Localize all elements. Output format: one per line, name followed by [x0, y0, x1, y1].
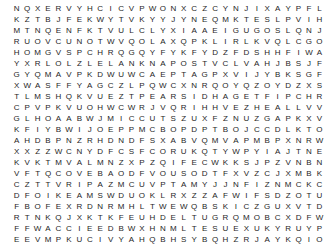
grid-cell-r5c17[interactable]: K: [179, 47, 189, 58]
grid-cell-r19c18[interactable]: Q: [189, 201, 199, 212]
grid-cell-r10c27[interactable]: L: [283, 102, 293, 113]
grid-cell-r21c8[interactable]: E: [85, 223, 95, 234]
grid-cell-r6c26[interactable]: J: [272, 58, 282, 69]
grid-cell-r19c15[interactable]: W: [158, 201, 168, 212]
grid-cell-r3c19[interactable]: A: [199, 25, 209, 36]
grid-cell-r3c29[interactable]: N: [304, 25, 314, 36]
grid-cell-r3c11[interactable]: U: [116, 25, 126, 36]
grid-cell-r14c23[interactable]: P: [241, 146, 251, 157]
grid-cell-r10c20[interactable]: H: [210, 102, 220, 113]
grid-cell-r11c22[interactable]: N: [231, 113, 241, 124]
grid-cell-r9c22[interactable]: G: [231, 91, 241, 102]
grid-cell-r10c25[interactable]: E: [262, 102, 272, 113]
grid-cell-r8c20[interactable]: Q: [210, 80, 220, 91]
grid-cell-r7c4[interactable]: M: [43, 69, 53, 80]
grid-cell-r10c12[interactable]: W: [126, 102, 136, 113]
grid-cell-r13c25[interactable]: B: [262, 135, 272, 146]
grid-cell-r13c20[interactable]: M: [210, 135, 220, 146]
grid-cell-r19c28[interactable]: V: [293, 201, 303, 212]
grid-cell-r13c27[interactable]: X: [283, 135, 293, 146]
grid-cell-r14c1[interactable]: X: [12, 146, 22, 157]
grid-cell-r8c26[interactable]: Y: [272, 80, 282, 91]
grid-cell-r11c20[interactable]: F: [210, 113, 220, 124]
grid-cell-r1c23[interactable]: J: [241, 3, 251, 14]
grid-cell-r14c18[interactable]: K: [189, 146, 199, 157]
grid-cell-r3c13[interactable]: C: [137, 25, 147, 36]
grid-cell-r1c9[interactable]: C: [95, 3, 105, 14]
grid-cell-r19c21[interactable]: K: [220, 201, 230, 212]
grid-cell-r15c19[interactable]: C: [199, 157, 209, 168]
grid-cell-r10c19[interactable]: H: [199, 102, 209, 113]
grid-cell-r18c18[interactable]: Z: [189, 190, 199, 201]
grid-cell-r16c10[interactable]: A: [105, 168, 115, 179]
grid-cell-r20c21[interactable]: R: [220, 212, 230, 223]
grid-cell-r20c11[interactable]: F: [116, 212, 126, 223]
grid-cell-r20c23[interactable]: M: [241, 212, 251, 223]
grid-cell-r12c16[interactable]: O: [168, 124, 178, 135]
grid-cell-r11c6[interactable]: A: [64, 113, 74, 124]
grid-cell-r16c22[interactable]: X: [231, 168, 241, 179]
grid-cell-r10c11[interactable]: C: [116, 102, 126, 113]
grid-cell-r4c21[interactable]: I: [220, 36, 230, 47]
grid-cell-r11c12[interactable]: C: [126, 113, 136, 124]
grid-cell-r10c13[interactable]: R: [137, 102, 147, 113]
grid-cell-r17c4[interactable]: T: [43, 179, 53, 190]
grid-cell-r3c5[interactable]: E: [53, 25, 63, 36]
grid-cell-r21c15[interactable]: N: [158, 223, 168, 234]
grid-cell-r11c13[interactable]: C: [137, 113, 147, 124]
grid-cell-r22c11[interactable]: Y: [116, 234, 126, 245]
grid-cell-r11c26[interactable]: A: [272, 113, 282, 124]
grid-cell-r2c7[interactable]: E: [74, 14, 84, 25]
grid-cell-r19c5[interactable]: E: [53, 201, 63, 212]
grid-cell-r6c14[interactable]: N: [147, 58, 157, 69]
grid-cell-r1c30[interactable]: L: [314, 3, 324, 14]
grid-cell-r4c6[interactable]: U: [64, 36, 74, 47]
grid-cell-r5c28[interactable]: I: [293, 47, 303, 58]
grid-cell-r16c20[interactable]: T: [210, 168, 220, 179]
grid-cell-r7c8[interactable]: K: [85, 69, 95, 80]
grid-cell-r16c16[interactable]: U: [168, 168, 178, 179]
grid-cell-r22c9[interactable]: I: [95, 234, 105, 245]
grid-cell-r14c30[interactable]: E: [314, 146, 324, 157]
grid-cell-r7c30[interactable]: F: [314, 69, 324, 80]
grid-cell-r2c8[interactable]: K: [85, 14, 95, 25]
grid-cell-r13c7[interactable]: Z: [74, 135, 84, 146]
grid-cell-r12c25[interactable]: C: [262, 124, 272, 135]
grid-cell-r20c13[interactable]: U: [137, 212, 147, 223]
grid-cell-r10c5[interactable]: K: [53, 102, 63, 113]
grid-cell-r4c2[interactable]: U: [22, 36, 32, 47]
grid-cell-r8c30[interactable]: S: [314, 80, 324, 91]
grid-cell-r6c3[interactable]: R: [32, 58, 42, 69]
grid-cell-r19c6[interactable]: X: [64, 201, 74, 212]
grid-cell-r11c24[interactable]: Z: [252, 113, 262, 124]
grid-cell-r14c2[interactable]: X: [22, 146, 32, 157]
grid-cell-r18c4[interactable]: I: [43, 190, 53, 201]
grid-cell-r21c19[interactable]: E: [199, 223, 209, 234]
grid-cell-r18c27[interactable]: Z: [283, 190, 293, 201]
grid-cell-r7c14[interactable]: A: [147, 69, 157, 80]
grid-cell-r16c25[interactable]: C: [262, 168, 272, 179]
grid-cell-r2c24[interactable]: E: [252, 14, 262, 25]
grid-cell-r20c1[interactable]: R: [12, 212, 22, 223]
grid-cell-r17c29[interactable]: K: [304, 179, 314, 190]
grid-cell-r3c9[interactable]: T: [95, 25, 105, 36]
grid-cell-r14c15[interactable]: O: [158, 146, 168, 157]
grid-cell-r16c6[interactable]: O: [64, 168, 74, 179]
grid-cell-r20c26[interactable]: C: [272, 212, 282, 223]
grid-cell-r7c20[interactable]: P: [210, 69, 220, 80]
grid-cell-r19c1[interactable]: F: [12, 201, 22, 212]
grid-cell-r4c12[interactable]: Q: [126, 36, 136, 47]
grid-cell-r22c4[interactable]: M: [43, 234, 53, 245]
grid-cell-r16c18[interactable]: O: [189, 168, 199, 179]
grid-cell-r15c13[interactable]: P: [137, 157, 147, 168]
grid-cell-r7c7[interactable]: P: [74, 69, 84, 80]
grid-cell-r11c11[interactable]: I: [116, 113, 126, 124]
grid-cell-r20c25[interactable]: B: [262, 212, 272, 223]
grid-cell-r18c19[interactable]: Z: [199, 190, 209, 201]
grid-cell-r19c13[interactable]: L: [137, 201, 147, 212]
grid-cell-r12c7[interactable]: I: [74, 124, 84, 135]
grid-cell-r21c16[interactable]: M: [168, 223, 178, 234]
grid-cell-r22c27[interactable]: K: [283, 234, 293, 245]
grid-cell-r7c27[interactable]: K: [283, 69, 293, 80]
grid-cell-r13c10[interactable]: D: [105, 135, 115, 146]
grid-cell-r7c18[interactable]: A: [189, 69, 199, 80]
grid-cell-r5c23[interactable]: D: [241, 47, 251, 58]
grid-cell-r15c18[interactable]: E: [189, 157, 199, 168]
grid-cell-r19c30[interactable]: D: [314, 201, 324, 212]
grid-cell-r15c23[interactable]: S: [241, 157, 251, 168]
grid-cell-r17c13[interactable]: U: [137, 179, 147, 190]
grid-cell-r15c20[interactable]: W: [210, 157, 220, 168]
grid-cell-r13c8[interactable]: R: [85, 135, 95, 146]
grid-cell-r11c18[interactable]: U: [189, 113, 199, 124]
grid-cell-r10c2[interactable]: P: [22, 102, 32, 113]
grid-cell-r8c23[interactable]: Q: [241, 80, 251, 91]
grid-cell-r17c1[interactable]: C: [12, 179, 22, 190]
grid-cell-r12c2[interactable]: F: [22, 124, 32, 135]
grid-cell-r11c25[interactable]: G: [262, 113, 272, 124]
grid-cell-r9c20[interactable]: H: [210, 91, 220, 102]
grid-cell-r16c4[interactable]: Q: [43, 168, 53, 179]
grid-cell-r2c1[interactable]: K: [12, 14, 22, 25]
grid-cell-r15c6[interactable]: V: [64, 157, 74, 168]
grid-cell-r20c12[interactable]: E: [126, 212, 136, 223]
grid-cell-r20c14[interactable]: H: [147, 212, 157, 223]
grid-cell-r19c17[interactable]: W: [179, 201, 189, 212]
grid-cell-r22c30[interactable]: O: [314, 234, 324, 245]
grid-cell-r1c28[interactable]: P: [293, 3, 303, 14]
grid-cell-r3c25[interactable]: O: [262, 25, 272, 36]
grid-cell-r16c3[interactable]: T: [32, 168, 42, 179]
grid-cell-r18c16[interactable]: R: [168, 190, 178, 201]
grid-cell-r3c24[interactable]: G: [252, 25, 262, 36]
grid-cell-r8c12[interactable]: L: [126, 80, 136, 91]
grid-cell-r1c7[interactable]: Y: [74, 3, 84, 14]
grid-cell-r18c12[interactable]: U: [126, 190, 136, 201]
grid-cell-r1c21[interactable]: Y: [220, 3, 230, 14]
grid-cell-r12c4[interactable]: Y: [43, 124, 53, 135]
grid-cell-r5c11[interactable]: Q: [116, 47, 126, 58]
grid-cell-r10c7[interactable]: U: [74, 102, 84, 113]
grid-cell-r21c3[interactable]: W: [32, 223, 42, 234]
grid-cell-r2c17[interactable]: Y: [179, 14, 189, 25]
grid-cell-r15c8[interactable]: L: [85, 157, 95, 168]
grid-cell-r2c10[interactable]: Y: [105, 14, 115, 25]
grid-cell-r15c1[interactable]: K: [12, 157, 22, 168]
grid-cell-r4c15[interactable]: A: [158, 36, 168, 47]
grid-cell-r17c11[interactable]: M: [116, 179, 126, 190]
grid-cell-r9c30[interactable]: R: [314, 91, 324, 102]
grid-cell-r7c12[interactable]: W: [126, 69, 136, 80]
grid-cell-r2c14[interactable]: Y: [147, 14, 157, 25]
grid-cell-r14c20[interactable]: T: [210, 146, 220, 157]
grid-cell-r15c27[interactable]: V: [283, 157, 293, 168]
grid-cell-r21c12[interactable]: W: [126, 223, 136, 234]
grid-cell-r20c10[interactable]: K: [105, 212, 115, 223]
grid-cell-r6c4[interactable]: L: [43, 58, 53, 69]
grid-cell-r15c2[interactable]: V: [22, 157, 32, 168]
grid-cell-r12c30[interactable]: O: [314, 124, 324, 135]
grid-cell-r7c6[interactable]: V: [64, 69, 74, 80]
grid-cell-r17c10[interactable]: Z: [105, 179, 115, 190]
grid-cell-r6c9[interactable]: E: [95, 58, 105, 69]
grid-cell-r1c1[interactable]: N: [12, 3, 22, 14]
grid-cell-r21c7[interactable]: I: [74, 223, 84, 234]
grid-cell-r10c28[interactable]: L: [293, 102, 303, 113]
grid-cell-r3c4[interactable]: Q: [43, 25, 53, 36]
grid-cell-r9c15[interactable]: A: [158, 91, 168, 102]
grid-cell-r12c14[interactable]: C: [147, 124, 157, 135]
grid-cell-r14c27[interactable]: J: [283, 146, 293, 157]
grid-cell-r1c16[interactable]: N: [168, 3, 178, 14]
grid-cell-r5c5[interactable]: V: [53, 47, 63, 58]
grid-cell-r1c18[interactable]: C: [189, 3, 199, 14]
grid-cell-r1c14[interactable]: W: [147, 3, 157, 14]
grid-cell-r12c11[interactable]: P: [116, 124, 126, 135]
grid-cell-r7c29[interactable]: G: [304, 69, 314, 80]
grid-cell-r14c16[interactable]: R: [168, 146, 178, 157]
grid-cell-r6c19[interactable]: T: [199, 58, 209, 69]
grid-cell-r2c25[interactable]: S: [262, 14, 272, 25]
grid-cell-r18c7[interactable]: A: [74, 190, 84, 201]
grid-cell-r4c14[interactable]: L: [147, 36, 157, 47]
grid-cell-r13c26[interactable]: P: [272, 135, 282, 146]
grid-cell-r5c16[interactable]: Y: [168, 47, 178, 58]
grid-cell-r10c18[interactable]: I: [189, 102, 199, 113]
grid-cell-r15c15[interactable]: Q: [158, 157, 168, 168]
grid-cell-r18c3[interactable]: O: [32, 190, 42, 201]
grid-cell-r6c17[interactable]: O: [179, 58, 189, 69]
grid-cell-r6c24[interactable]: A: [252, 58, 262, 69]
grid-cell-r1c6[interactable]: V: [64, 3, 74, 14]
grid-cell-r9c23[interactable]: E: [241, 91, 251, 102]
grid-cell-r8c11[interactable]: Z: [116, 80, 126, 91]
grid-cell-r15c9[interactable]: M: [95, 157, 105, 168]
grid-cell-r18c23[interactable]: I: [241, 190, 251, 201]
grid-cell-r16c12[interactable]: D: [126, 168, 136, 179]
grid-cell-r19c2[interactable]: B: [22, 201, 32, 212]
grid-cell-r2c2[interactable]: Z: [22, 14, 32, 25]
grid-cell-r20c28[interactable]: D: [293, 212, 303, 223]
grid-cell-r18c21[interactable]: F: [220, 190, 230, 201]
grid-cell-r4c28[interactable]: C: [293, 36, 303, 47]
grid-cell-r18c26[interactable]: D: [272, 190, 282, 201]
grid-cell-r14c28[interactable]: T: [293, 146, 303, 157]
grid-cell-r6c30[interactable]: F: [314, 58, 324, 69]
grid-cell-r13c4[interactable]: B: [43, 135, 53, 146]
grid-cell-r4c22[interactable]: R: [231, 36, 241, 47]
grid-cell-r13c29[interactable]: R: [304, 135, 314, 146]
grid-cell-r2c29[interactable]: I: [304, 14, 314, 25]
grid-cell-r12c20[interactable]: T: [210, 124, 220, 135]
grid-cell-r8c22[interactable]: Y: [231, 80, 241, 91]
grid-cell-r10c6[interactable]: V: [64, 102, 74, 113]
grid-cell-r8c18[interactable]: N: [189, 80, 199, 91]
grid-cell-r18c28[interactable]: O: [293, 190, 303, 201]
grid-cell-r20c17[interactable]: L: [179, 212, 189, 223]
grid-cell-r16c19[interactable]: D: [199, 168, 209, 179]
grid-cell-r15c14[interactable]: Z: [147, 157, 157, 168]
grid-cell-r5c13[interactable]: Q: [137, 47, 147, 58]
grid-cell-r6c11[interactable]: A: [116, 58, 126, 69]
grid-cell-r13c28[interactable]: N: [293, 135, 303, 146]
grid-cell-r22c17[interactable]: S: [179, 234, 189, 245]
grid-cell-r8c15[interactable]: W: [158, 80, 168, 91]
grid-cell-r2c23[interactable]: T: [241, 14, 251, 25]
grid-cell-r12c24[interactable]: C: [252, 124, 262, 135]
grid-cell-r21c10[interactable]: D: [105, 223, 115, 234]
grid-cell-r18c29[interactable]: T: [304, 190, 314, 201]
grid-cell-r8c14[interactable]: Q: [147, 80, 157, 91]
grid-cell-r5c25[interactable]: H: [262, 47, 272, 58]
grid-cell-r6c28[interactable]: S: [293, 58, 303, 69]
grid-cell-r16c13[interactable]: F: [137, 168, 147, 179]
grid-cell-r7c13[interactable]: C: [137, 69, 147, 80]
grid-cell-r13c15[interactable]: X: [158, 135, 168, 146]
grid-cell-r6c22[interactable]: L: [231, 58, 241, 69]
grid-cell-r10c30[interactable]: V: [314, 102, 324, 113]
grid-cell-r22c23[interactable]: R: [241, 234, 251, 245]
grid-cell-r13c6[interactable]: N: [64, 135, 74, 146]
grid-cell-r20c22[interactable]: Q: [231, 212, 241, 223]
grid-cell-r10c9[interactable]: H: [95, 102, 105, 113]
grid-cell-r11c4[interactable]: O: [43, 113, 53, 124]
grid-cell-r17c18[interactable]: M: [189, 179, 199, 190]
grid-cell-r3c1[interactable]: M: [12, 25, 22, 36]
grid-cell-r5c4[interactable]: G: [43, 47, 53, 58]
grid-cell-r4c19[interactable]: K: [199, 36, 209, 47]
grid-cell-r17c5[interactable]: V: [53, 179, 63, 190]
grid-cell-r4c9[interactable]: T: [95, 36, 105, 47]
grid-cell-r2c13[interactable]: K: [137, 14, 147, 25]
grid-cell-r21c25[interactable]: K: [262, 223, 272, 234]
grid-cell-r19c3[interactable]: O: [32, 201, 42, 212]
grid-cell-r11c2[interactable]: L: [22, 113, 32, 124]
grid-cell-r21c22[interactable]: E: [231, 223, 241, 234]
grid-cell-r21c24[interactable]: U: [252, 223, 262, 234]
grid-cell-r5c24[interactable]: S: [252, 47, 262, 58]
grid-cell-r17c8[interactable]: P: [85, 179, 95, 190]
grid-cell-r9c2[interactable]: L: [22, 91, 32, 102]
grid-cell-r18c10[interactable]: W: [105, 190, 115, 201]
grid-cell-r3c23[interactable]: U: [241, 25, 251, 36]
grid-cell-r22c10[interactable]: V: [105, 234, 115, 245]
grid-cell-r16c5[interactable]: C: [53, 168, 63, 179]
grid-cell-r4c26[interactable]: Q: [272, 36, 282, 47]
grid-cell-r13c5[interactable]: P: [53, 135, 63, 146]
grid-cell-r14c24[interactable]: Y: [252, 146, 262, 157]
grid-cell-r3c30[interactable]: J: [314, 25, 324, 36]
grid-cell-r9c26[interactable]: I: [272, 91, 282, 102]
grid-cell-r2c18[interactable]: N: [189, 14, 199, 25]
grid-cell-r1c24[interactable]: I: [252, 3, 262, 14]
grid-cell-r10c8[interactable]: O: [85, 102, 95, 113]
grid-cell-r5c10[interactable]: R: [105, 47, 115, 58]
grid-cell-r6c2[interactable]: X: [22, 58, 32, 69]
grid-cell-r16c28[interactable]: M: [293, 168, 303, 179]
grid-cell-r19c20[interactable]: S: [210, 201, 220, 212]
grid-cell-r15c28[interactable]: N: [293, 157, 303, 168]
grid-cell-r20c16[interactable]: E: [168, 212, 178, 223]
grid-cell-r3c15[interactable]: Y: [158, 25, 168, 36]
grid-cell-r4c16[interactable]: X: [168, 36, 178, 47]
grid-cell-r5c29[interactable]: W: [304, 47, 314, 58]
grid-cell-r18c20[interactable]: A: [210, 190, 220, 201]
grid-cell-r20c6[interactable]: J: [64, 212, 74, 223]
grid-cell-r17c30[interactable]: C: [314, 179, 324, 190]
grid-cell-r16c8[interactable]: E: [85, 168, 95, 179]
grid-cell-r12c8[interactable]: J: [85, 124, 95, 135]
grid-cell-r4c11[interactable]: V: [116, 36, 126, 47]
grid-cell-r17c25[interactable]: Z: [262, 179, 272, 190]
grid-cell-r17c14[interactable]: V: [147, 179, 157, 190]
grid-cell-r17c16[interactable]: T: [168, 179, 178, 190]
grid-cell-r6c25[interactable]: H: [262, 58, 272, 69]
grid-cell-r15c3[interactable]: K: [32, 157, 42, 168]
grid-cell-r14c22[interactable]: W: [231, 146, 241, 157]
grid-cell-r1c15[interactable]: O: [158, 3, 168, 14]
grid-cell-r11c28[interactable]: K: [293, 113, 303, 124]
grid-cell-r14c8[interactable]: Y: [85, 146, 95, 157]
grid-cell-r22c14[interactable]: Q: [147, 234, 157, 245]
grid-cell-r20c4[interactable]: K: [43, 212, 53, 223]
grid-cell-r20c18[interactable]: T: [189, 212, 199, 223]
grid-cell-r6c7[interactable]: Z: [74, 58, 84, 69]
grid-cell-r22c25[interactable]: A: [262, 234, 272, 245]
grid-cell-r2c20[interactable]: Q: [210, 14, 220, 25]
grid-cell-r22c3[interactable]: V: [32, 234, 42, 245]
grid-cell-r5c8[interactable]: C: [85, 47, 95, 58]
grid-cell-r19c12[interactable]: H: [126, 201, 136, 212]
grid-cell-r20c30[interactable]: W: [314, 212, 324, 223]
grid-cell-r22c18[interactable]: Y: [189, 234, 199, 245]
grid-cell-r12c1[interactable]: K: [12, 124, 22, 135]
grid-cell-r13c9[interactable]: H: [95, 135, 105, 146]
grid-cell-r13c17[interactable]: B: [179, 135, 189, 146]
grid-cell-r9c3[interactable]: M: [32, 91, 42, 102]
grid-cell-r21c13[interactable]: X: [137, 223, 147, 234]
grid-cell-r5c14[interactable]: Y: [147, 47, 157, 58]
grid-cell-r19c19[interactable]: B: [199, 201, 209, 212]
grid-cell-r17c15[interactable]: P: [158, 179, 168, 190]
grid-cell-r14c29[interactable]: N: [304, 146, 314, 157]
grid-cell-r16c21[interactable]: F: [220, 168, 230, 179]
grid-cell-r8c13[interactable]: P: [137, 80, 147, 91]
